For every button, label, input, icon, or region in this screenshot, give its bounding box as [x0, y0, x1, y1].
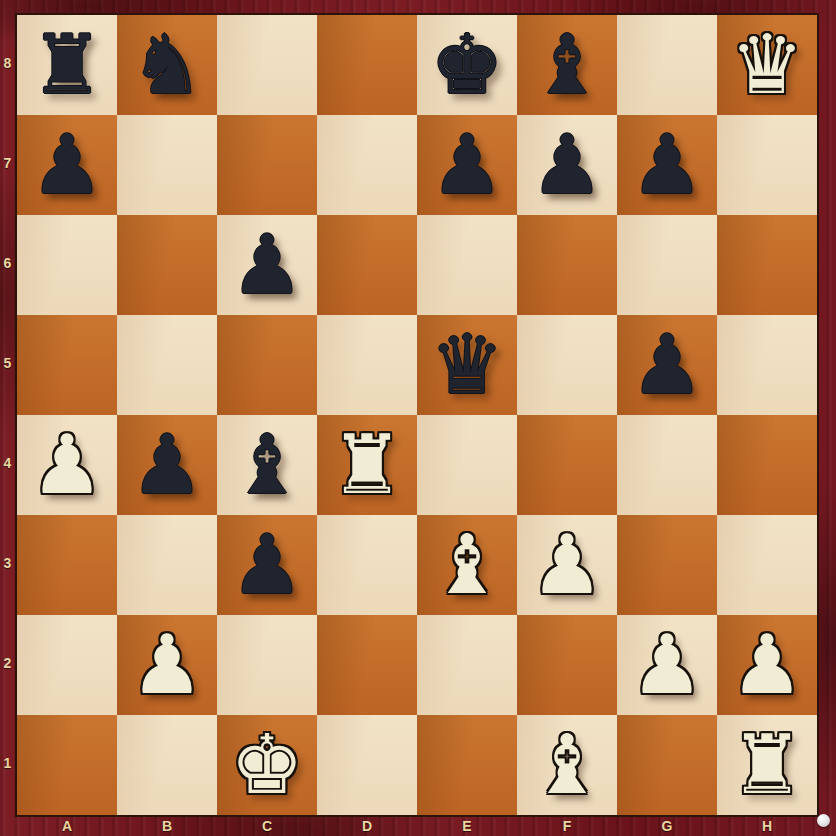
piece-black-pawn[interactable]: ♟ [517, 115, 617, 215]
square-g1[interactable] [617, 715, 717, 815]
piece-white-queen[interactable]: ♛ [717, 15, 817, 115]
square-a5[interactable] [17, 315, 117, 415]
piece-white-king[interactable]: ♚ [217, 715, 317, 815]
square-f8[interactable]: ♝ [517, 15, 617, 115]
piece-white-bishop[interactable]: ♝ [417, 515, 517, 615]
file-label-c: C [217, 816, 317, 836]
piece-black-pawn[interactable]: ♟ [417, 115, 517, 215]
rank-label-2: 2 [0, 613, 15, 713]
piece-black-pawn[interactable]: ♟ [617, 315, 717, 415]
square-f1[interactable]: ♝ [517, 715, 617, 815]
piece-white-rook[interactable]: ♜ [717, 715, 817, 815]
square-c5[interactable] [217, 315, 317, 415]
file-label-a: A [17, 816, 117, 836]
square-e6[interactable] [417, 215, 517, 315]
square-d1[interactable] [317, 715, 417, 815]
piece-black-rook[interactable]: ♜ [17, 15, 117, 115]
square-c8[interactable] [217, 15, 317, 115]
square-c7[interactable] [217, 115, 317, 215]
square-a7[interactable]: ♟ [17, 115, 117, 215]
square-b3[interactable] [117, 515, 217, 615]
square-a8[interactable]: ♜ [17, 15, 117, 115]
square-b7[interactable] [117, 115, 217, 215]
square-d8[interactable] [317, 15, 417, 115]
piece-black-knight[interactable]: ♞ [117, 15, 217, 115]
square-b6[interactable] [117, 215, 217, 315]
square-g8[interactable] [617, 15, 717, 115]
square-h6[interactable] [717, 215, 817, 315]
square-d3[interactable] [317, 515, 417, 615]
square-h7[interactable] [717, 115, 817, 215]
square-f4[interactable] [517, 415, 617, 515]
square-d7[interactable] [317, 115, 417, 215]
square-g3[interactable] [617, 515, 717, 615]
file-label-d: D [317, 816, 417, 836]
piece-black-pawn[interactable]: ♟ [217, 215, 317, 315]
square-c6[interactable]: ♟ [217, 215, 317, 315]
square-d5[interactable] [317, 315, 417, 415]
square-a2[interactable] [17, 615, 117, 715]
rank-label-4: 4 [0, 413, 15, 513]
square-h5[interactable] [717, 315, 817, 415]
square-g2[interactable]: ♟ [617, 615, 717, 715]
piece-black-pawn[interactable]: ♟ [217, 515, 317, 615]
piece-white-pawn[interactable]: ♟ [717, 615, 817, 715]
square-h2[interactable]: ♟ [717, 615, 817, 715]
rank-label-7: 7 [0, 113, 15, 213]
square-e5[interactable]: ♛ [417, 315, 517, 415]
square-h4[interactable] [717, 415, 817, 515]
square-g7[interactable]: ♟ [617, 115, 717, 215]
piece-black-queen[interactable]: ♛ [417, 315, 517, 415]
piece-white-pawn[interactable]: ♟ [117, 615, 217, 715]
piece-white-pawn[interactable]: ♟ [517, 515, 617, 615]
piece-black-pawn[interactable]: ♟ [117, 415, 217, 515]
square-c3[interactable]: ♟ [217, 515, 317, 615]
rank-label-5: 5 [0, 313, 15, 413]
square-a1[interactable] [17, 715, 117, 815]
square-b1[interactable] [117, 715, 217, 815]
square-h8[interactable]: ♛ [717, 15, 817, 115]
square-e2[interactable] [417, 615, 517, 715]
file-label-h: H [717, 816, 817, 836]
rank-label-3: 3 [0, 513, 15, 613]
square-g6[interactable] [617, 215, 717, 315]
piece-black-pawn[interactable]: ♟ [17, 115, 117, 215]
square-d6[interactable] [317, 215, 417, 315]
rank-label-1: 1 [0, 713, 15, 813]
side-to-move-indicator [817, 814, 830, 827]
square-b5[interactable] [117, 315, 217, 415]
square-b2[interactable]: ♟ [117, 615, 217, 715]
square-f5[interactable] [517, 315, 617, 415]
square-e4[interactable] [417, 415, 517, 515]
piece-black-pawn[interactable]: ♟ [617, 115, 717, 215]
square-a4[interactable]: ♟ [17, 415, 117, 515]
piece-white-bishop[interactable]: ♝ [517, 715, 617, 815]
file-label-e: E [417, 816, 517, 836]
square-e8[interactable]: ♚ [417, 15, 517, 115]
piece-white-pawn[interactable]: ♟ [617, 615, 717, 715]
square-d4[interactable]: ♜ [317, 415, 417, 515]
square-f3[interactable]: ♟ [517, 515, 617, 615]
square-a6[interactable] [17, 215, 117, 315]
square-c2[interactable] [217, 615, 317, 715]
piece-black-king[interactable]: ♚ [417, 15, 517, 115]
square-h3[interactable] [717, 515, 817, 615]
square-g4[interactable] [617, 415, 717, 515]
piece-black-bishop[interactable]: ♝ [517, 15, 617, 115]
square-f7[interactable]: ♟ [517, 115, 617, 215]
square-g5[interactable]: ♟ [617, 315, 717, 415]
square-d2[interactable] [317, 615, 417, 715]
piece-white-rook[interactable]: ♜ [317, 415, 417, 515]
square-h1[interactable]: ♜ [717, 715, 817, 815]
rank-label-6: 6 [0, 213, 15, 313]
square-b8[interactable]: ♞ [117, 15, 217, 115]
chess-board: ♜♞♚♝♛♟♟♟♟♟♛♟♟♟♝♜♟♝♟♟♟♟♚♝♜ [15, 13, 819, 817]
piece-black-bishop[interactable]: ♝ [217, 415, 317, 515]
square-c1[interactable]: ♚ [217, 715, 317, 815]
square-f6[interactable] [517, 215, 617, 315]
square-b4[interactable]: ♟ [117, 415, 217, 515]
square-a3[interactable] [17, 515, 117, 615]
file-label-g: G [617, 816, 717, 836]
rank-label-8: 8 [0, 13, 15, 113]
square-e3[interactable]: ♝ [417, 515, 517, 615]
file-label-f: F [517, 816, 617, 836]
square-e7[interactable]: ♟ [417, 115, 517, 215]
square-e1[interactable] [417, 715, 517, 815]
square-f2[interactable] [517, 615, 617, 715]
board-frame: ♜♞♚♝♛♟♟♟♟♟♛♟♟♟♝♜♟♝♟♟♟♟♚♝♜ 87654321 ABCDE… [0, 0, 836, 836]
piece-white-pawn[interactable]: ♟ [17, 415, 117, 515]
square-c4[interactable]: ♝ [217, 415, 317, 515]
file-label-b: B [117, 816, 217, 836]
